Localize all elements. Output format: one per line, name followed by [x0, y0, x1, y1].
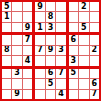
- cell-r1c3[interactable]: [23, 2, 32, 11]
- cell-r4c5[interactable]: [46, 35, 55, 44]
- cell-r7c6[interactable]: 7: [56, 69, 65, 78]
- cell-r9c9[interactable]: 7: [90, 90, 99, 99]
- cell-r3c1[interactable]: [2, 23, 11, 32]
- cell-r6c8[interactable]: [79, 56, 88, 65]
- cell-r5c3[interactable]: [23, 46, 32, 55]
- cell-r8c7[interactable]: [69, 79, 78, 88]
- cell-r6c6[interactable]: [56, 56, 65, 65]
- cell-r9c1[interactable]: [2, 90, 11, 99]
- box-r1c1: 519: [2, 2, 32, 32]
- cell-r7c2[interactable]: 3: [12, 69, 21, 78]
- box-r2c1: 784: [2, 35, 32, 65]
- cell-r3c2[interactable]: [12, 23, 21, 32]
- cell-r6c4[interactable]: [35, 56, 44, 65]
- cell-r2c6[interactable]: [56, 12, 65, 21]
- cell-r1c8[interactable]: 2: [79, 2, 88, 11]
- box-r3c2: 6754: [35, 69, 65, 99]
- cell-r4c2[interactable]: [12, 35, 21, 44]
- cell-r1c4[interactable]: 9: [35, 2, 44, 11]
- cell-r3c8[interactable]: 5: [79, 23, 88, 32]
- cell-r2c5[interactable]: 8: [46, 12, 55, 21]
- cell-r7c5[interactable]: 6: [46, 69, 55, 78]
- cell-r3c4[interactable]: 1: [35, 23, 44, 32]
- cell-r9c5[interactable]: [46, 90, 55, 99]
- cell-r5c7[interactable]: [69, 46, 78, 55]
- sudoku-board: 519981325784793623396754567: [0, 0, 101, 101]
- cell-r7c1[interactable]: [2, 69, 11, 78]
- cell-r1c7[interactable]: [69, 2, 78, 11]
- cell-r5c8[interactable]: [79, 46, 88, 55]
- box-r3c1: 39: [2, 69, 32, 99]
- cell-r7c9[interactable]: [90, 69, 99, 78]
- cell-r5c5[interactable]: 9: [46, 46, 55, 55]
- cell-r2c8[interactable]: [79, 12, 88, 21]
- cell-r1c9[interactable]: [90, 2, 99, 11]
- cell-r8c2[interactable]: [12, 79, 21, 88]
- cell-r6c1[interactable]: [2, 56, 11, 65]
- cell-r4c4[interactable]: [35, 35, 44, 44]
- cell-r4c7[interactable]: 6: [69, 35, 78, 44]
- cell-r1c6[interactable]: [56, 2, 65, 11]
- cell-r8c3[interactable]: [23, 79, 32, 88]
- cell-r8c6[interactable]: [56, 79, 65, 88]
- cell-r1c5[interactable]: [46, 2, 55, 11]
- cell-r7c4[interactable]: [35, 69, 44, 78]
- cell-r5c9[interactable]: 2: [90, 46, 99, 55]
- cell-r6c7[interactable]: 3: [69, 56, 78, 65]
- cell-r8c4[interactable]: [35, 79, 44, 88]
- cell-r7c3[interactable]: [23, 69, 32, 78]
- cell-r9c4[interactable]: [35, 90, 44, 99]
- cell-r6c5[interactable]: [46, 56, 55, 65]
- box-r2c2: 793: [35, 35, 65, 65]
- cell-r7c8[interactable]: [79, 69, 88, 78]
- cell-r2c7[interactable]: [69, 12, 78, 21]
- cell-r1c1[interactable]: 5: [2, 2, 11, 11]
- cell-r8c1[interactable]: [2, 79, 11, 88]
- cell-r9c7[interactable]: [69, 90, 78, 99]
- cell-r5c4[interactable]: 7: [35, 46, 44, 55]
- cell-r9c3[interactable]: [23, 90, 32, 99]
- cell-r3c9[interactable]: [90, 23, 99, 32]
- cell-r2c2[interactable]: [12, 12, 21, 21]
- cell-r6c2[interactable]: [12, 56, 21, 65]
- cell-r3c6[interactable]: [56, 23, 65, 32]
- cell-r4c6[interactable]: [56, 35, 65, 44]
- cell-r5c1[interactable]: 8: [2, 46, 11, 55]
- cell-r2c4[interactable]: [35, 12, 44, 21]
- cell-r4c3[interactable]: 7: [23, 35, 32, 44]
- cell-r5c2[interactable]: [12, 46, 21, 55]
- cell-r1c2[interactable]: [12, 2, 21, 11]
- cell-r3c5[interactable]: 3: [46, 23, 55, 32]
- cell-r2c3[interactable]: [23, 12, 32, 21]
- cell-r9c8[interactable]: [79, 90, 88, 99]
- cell-r4c8[interactable]: [79, 35, 88, 44]
- cell-r7c7[interactable]: 5: [69, 69, 78, 78]
- cell-r2c1[interactable]: 1: [2, 12, 11, 21]
- box-r1c3: 25: [69, 2, 99, 32]
- cell-r5c6[interactable]: 3: [56, 46, 65, 55]
- cell-r8c5[interactable]: 5: [46, 79, 55, 88]
- cell-r3c3[interactable]: 9: [23, 23, 32, 32]
- cell-r4c9[interactable]: [90, 35, 99, 44]
- box-r3c3: 567: [69, 69, 99, 99]
- cell-r2c9[interactable]: [90, 12, 99, 21]
- cell-r8c9[interactable]: 6: [90, 79, 99, 88]
- cell-r9c2[interactable]: 9: [12, 90, 21, 99]
- cell-r8c8[interactable]: [79, 79, 88, 88]
- cell-r9c6[interactable]: 4: [56, 90, 65, 99]
- cell-r6c3[interactable]: 4: [23, 56, 32, 65]
- cell-r6c9[interactable]: [90, 56, 99, 65]
- cell-r3c7[interactable]: [69, 23, 78, 32]
- box-r1c2: 9813: [35, 2, 65, 32]
- box-r2c3: 623: [69, 35, 99, 65]
- cell-r4c1[interactable]: [2, 35, 11, 44]
